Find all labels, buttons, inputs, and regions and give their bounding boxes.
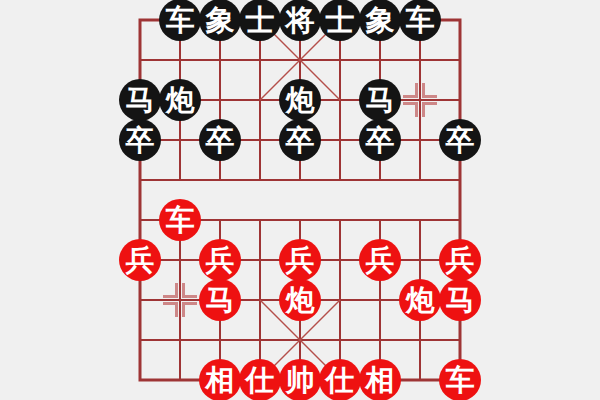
piece-black-general[interactable]: 将 xyxy=(279,0,321,41)
piece-black-soldier[interactable]: 卒 xyxy=(199,119,241,161)
piece-red-horse[interactable]: 马 xyxy=(439,279,481,321)
piece-black-soldier[interactable]: 卒 xyxy=(119,119,161,161)
piece-red-elephant[interactable]: 相 xyxy=(359,359,401,400)
piece-black-soldier[interactable]: 卒 xyxy=(359,119,401,161)
marker-corner xyxy=(163,302,178,317)
piece-red-cannon[interactable]: 炮 xyxy=(279,279,321,321)
piece-red-general[interactable]: 帅 xyxy=(279,359,321,400)
piece-red-soldier[interactable]: 兵 xyxy=(279,239,321,281)
piece-black-horse[interactable]: 马 xyxy=(359,79,401,121)
marker-corner xyxy=(182,283,197,298)
piece-red-advisor[interactable]: 仕 xyxy=(319,359,361,400)
piece-black-advisor[interactable]: 士 xyxy=(239,0,281,41)
piece-red-cannon[interactable]: 炮 xyxy=(399,279,441,321)
piece-black-advisor[interactable]: 士 xyxy=(319,0,361,41)
last-move-marker xyxy=(163,283,197,317)
piece-red-soldier[interactable]: 兵 xyxy=(119,239,161,281)
piece-black-soldier[interactable]: 卒 xyxy=(439,119,481,161)
marker-corner xyxy=(403,102,418,117)
marker-corner xyxy=(403,83,418,98)
piece-black-elephant[interactable]: 象 xyxy=(199,0,241,41)
piece-black-chariot[interactable]: 车 xyxy=(399,0,441,41)
piece-black-elephant[interactable]: 象 xyxy=(359,0,401,41)
piece-red-horse[interactable]: 马 xyxy=(199,279,241,321)
marker-corner xyxy=(182,302,197,317)
piece-red-soldier[interactable]: 兵 xyxy=(359,239,401,281)
piece-red-chariot[interactable]: 车 xyxy=(159,199,201,241)
piece-black-cannon[interactable]: 炮 xyxy=(279,79,321,121)
piece-black-horse[interactable]: 马 xyxy=(119,79,161,121)
piece-black-soldier[interactable]: 卒 xyxy=(279,119,321,161)
marker-corner xyxy=(422,83,437,98)
piece-red-soldier[interactable]: 兵 xyxy=(199,239,241,281)
last-move-marker xyxy=(403,83,437,117)
piece-black-cannon[interactable]: 炮 xyxy=(159,79,201,121)
piece-red-soldier[interactable]: 兵 xyxy=(439,239,481,281)
board-intersections[interactable]: 车象士将士象车马炮炮马卒卒卒卒卒车兵兵兵兵兵马炮炮马相仕帅仕相车 xyxy=(120,0,480,400)
piece-red-elephant[interactable]: 相 xyxy=(199,359,241,400)
piece-red-advisor[interactable]: 仕 xyxy=(239,359,281,400)
marker-corner xyxy=(163,283,178,298)
piece-black-chariot[interactable]: 车 xyxy=(159,0,201,41)
marker-corner xyxy=(422,102,437,117)
piece-red-chariot[interactable]: 车 xyxy=(439,359,481,400)
xiangqi-board-screen: 车象士将士象车马炮炮马卒卒卒卒卒车兵兵兵兵兵马炮炮马相仕帅仕相车 xyxy=(0,0,600,400)
